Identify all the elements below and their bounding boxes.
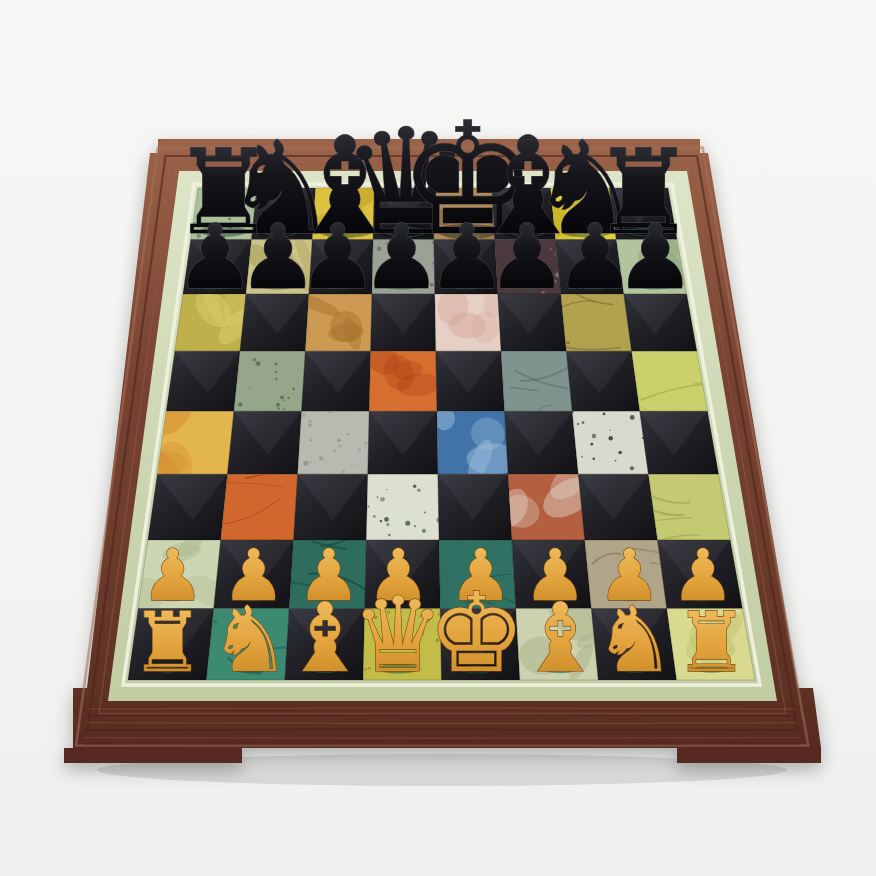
wood-grain [85,729,798,730]
chess-board: ♜♞♝♛♚♝♞♜♟♟♟♟♟♟♟♟♟♟♟♟♟♟♟♟♜♞♝♛♚♝♞♜ [0,0,876,876]
square-h3[interactable] [648,474,730,540]
square-h5[interactable] [632,351,708,411]
square-g4[interactable] [572,411,648,474]
wood-grain [84,738,800,739]
piece-white-knight-b1[interactable]: ♞ [209,586,291,692]
square-b5[interactable] [234,351,305,411]
wood-grain [83,744,801,745]
square-c4[interactable] [298,411,370,474]
piece-white-king-e1[interactable]: ♚ [427,569,525,697]
square-d3[interactable] [366,474,439,540]
chess-board-photo: ♜♞♝♛♚♝♞♜♟♟♟♟♟♟♟♟♟♟♟♟♟♟♟♟♜♞♝♛♚♝♞♜ [0,0,876,876]
piece-black-pawn-h7[interactable]: ♟ [615,205,696,309]
piece-white-rook-h1[interactable]: ♜ [675,594,749,691]
piece-white-bishop-f1[interactable]: ♝ [517,583,602,693]
piece-white-rook-a1[interactable]: ♜ [130,594,204,691]
piece-white-knight-g1[interactable]: ♞ [594,586,676,692]
